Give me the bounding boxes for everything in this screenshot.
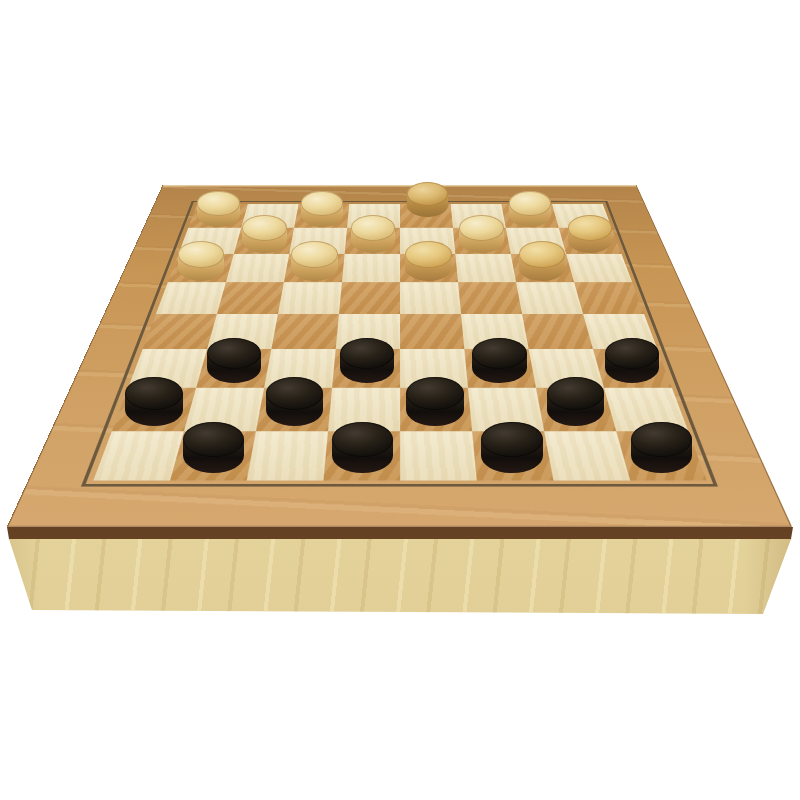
piece-top [301, 191, 344, 215]
piece-top [207, 338, 261, 369]
checker-dark-e2[interactable] [406, 377, 464, 425]
piece-top [340, 338, 394, 369]
checker-dark-a2[interactable] [125, 377, 183, 425]
piece-layer [0, 0, 800, 800]
checker-light-b7[interactable] [242, 215, 287, 252]
piece-top [547, 377, 605, 410]
piece-top [351, 215, 396, 240]
scene [0, 0, 800, 800]
piece-top [332, 422, 393, 457]
piece-top [405, 241, 452, 268]
checker-dark-h3[interactable] [605, 338, 659, 384]
checker-dark-b1[interactable] [183, 422, 244, 473]
piece-top [481, 422, 542, 457]
checker-dark-g2[interactable] [547, 377, 605, 425]
piece-top [568, 215, 613, 240]
piece-top [242, 215, 287, 240]
piece-top [178, 241, 225, 268]
piece-top [291, 241, 338, 268]
checker-light-f7[interactable] [459, 215, 504, 252]
checker-dark-d3[interactable] [340, 338, 394, 384]
piece-top [183, 422, 244, 457]
piece-top [197, 191, 240, 215]
piece-top [406, 377, 464, 410]
checker-light-h7[interactable] [568, 215, 613, 252]
checker-light-g6[interactable] [519, 241, 566, 280]
checker-dark-d1[interactable] [332, 422, 393, 473]
checker-light-e8[interactable] [407, 182, 449, 217]
checker-light-g8[interactable] [509, 191, 552, 227]
checker-light-a6[interactable] [178, 241, 225, 280]
piece-top [125, 377, 183, 410]
piece-top [266, 377, 324, 410]
piece-top [631, 422, 692, 457]
checker-light-e6[interactable] [405, 241, 452, 280]
piece-top [459, 215, 504, 240]
checker-dark-c2[interactable] [266, 377, 324, 425]
checker-light-c8[interactable] [301, 191, 344, 227]
checker-dark-b3[interactable] [207, 338, 261, 384]
piece-top [472, 338, 526, 369]
checker-dark-f1[interactable] [481, 422, 542, 473]
piece-top [509, 191, 552, 215]
checker-dark-f3[interactable] [472, 338, 526, 384]
piece-top [407, 182, 449, 206]
piece-top [605, 338, 659, 369]
checker-dark-h1[interactable] [631, 422, 692, 473]
checker-light-a8[interactable] [197, 191, 240, 227]
checker-light-d7[interactable] [351, 215, 396, 252]
checker-light-c6[interactable] [291, 241, 338, 280]
